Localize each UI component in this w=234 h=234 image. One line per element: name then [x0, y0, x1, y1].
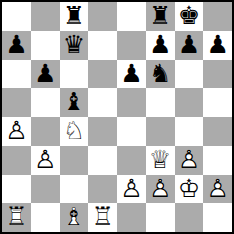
square-g8[interactable]: ♚: [175, 2, 204, 31]
square-f6[interactable]: ♞: [146, 60, 175, 89]
piece-white-pawn: ♟♙: [175, 146, 204, 175]
square-e3[interactable]: [117, 146, 146, 175]
square-f1[interactable]: [146, 203, 175, 232]
piece-black-king: ♚: [175, 2, 204, 31]
square-e2[interactable]: ♟♙: [117, 175, 146, 204]
square-g4[interactable]: [175, 117, 204, 146]
square-a8[interactable]: [2, 2, 31, 31]
square-h7[interactable]: ♟: [203, 31, 232, 60]
square-h2[interactable]: ♟♙: [203, 175, 232, 204]
square-c1[interactable]: ♝♗: [60, 203, 89, 232]
square-h5[interactable]: [203, 88, 232, 117]
square-b7[interactable]: [31, 31, 60, 60]
piece-black-queen: ♛: [60, 31, 89, 60]
piece-white-queen: ♛♕: [146, 146, 175, 175]
piece-black-pawn: ♟: [203, 31, 232, 60]
square-b5[interactable]: [31, 88, 60, 117]
square-e1[interactable]: [117, 203, 146, 232]
piece-black-pawn: ♟: [146, 31, 175, 60]
piece-white-king: ♚♔: [175, 175, 204, 204]
square-c2[interactable]: [60, 175, 89, 204]
square-e6[interactable]: ♟: [117, 60, 146, 89]
square-a3[interactable]: [2, 146, 31, 175]
piece-black-bishop: ♝: [60, 88, 89, 117]
square-h8[interactable]: [203, 2, 232, 31]
square-g6[interactable]: [175, 60, 204, 89]
square-h4[interactable]: [203, 117, 232, 146]
piece-black-knight: ♞: [146, 60, 175, 89]
square-d8[interactable]: [88, 2, 117, 31]
square-f3[interactable]: ♛♕: [146, 146, 175, 175]
square-e8[interactable]: [117, 2, 146, 31]
piece-white-pawn: ♟♙: [2, 117, 31, 146]
piece-white-pawn: ♟♙: [117, 175, 146, 204]
piece-white-pawn: ♟♙: [146, 175, 175, 204]
square-a5[interactable]: [2, 88, 31, 117]
square-c4[interactable]: ♞♘: [60, 117, 89, 146]
square-f7[interactable]: ♟: [146, 31, 175, 60]
square-b8[interactable]: [31, 2, 60, 31]
square-c3[interactable]: [60, 146, 89, 175]
square-a6[interactable]: [2, 60, 31, 89]
piece-black-pawn: ♟: [175, 31, 204, 60]
square-a7[interactable]: ♟: [2, 31, 31, 60]
piece-white-rook: ♜♖: [2, 203, 31, 232]
square-a2[interactable]: [2, 175, 31, 204]
square-d3[interactable]: [88, 146, 117, 175]
square-g7[interactable]: ♟: [175, 31, 204, 60]
square-f4[interactable]: [146, 117, 175, 146]
piece-white-pawn: ♟♙: [203, 175, 232, 204]
piece-white-rook: ♜♖: [88, 203, 117, 232]
square-e4[interactable]: [117, 117, 146, 146]
square-a1[interactable]: ♜♖: [2, 203, 31, 232]
square-a4[interactable]: ♟♙: [2, 117, 31, 146]
square-c7[interactable]: ♛: [60, 31, 89, 60]
piece-white-bishop: ♝♗: [60, 203, 89, 232]
square-d7[interactable]: [88, 31, 117, 60]
square-g1[interactable]: [175, 203, 204, 232]
square-e5[interactable]: [117, 88, 146, 117]
piece-black-pawn: ♟: [117, 60, 146, 89]
square-d2[interactable]: [88, 175, 117, 204]
piece-black-rook: ♜: [60, 2, 89, 31]
square-b4[interactable]: [31, 117, 60, 146]
square-e7[interactable]: [117, 31, 146, 60]
square-h1[interactable]: [203, 203, 232, 232]
square-f8[interactable]: ♜: [146, 2, 175, 31]
square-b1[interactable]: [31, 203, 60, 232]
piece-black-pawn: ♟: [2, 31, 31, 60]
square-c8[interactable]: ♜: [60, 2, 89, 31]
square-c5[interactable]: ♝: [60, 88, 89, 117]
square-h3[interactable]: [203, 146, 232, 175]
square-b2[interactable]: [31, 175, 60, 204]
square-d1[interactable]: ♜♖: [88, 203, 117, 232]
square-d4[interactable]: [88, 117, 117, 146]
piece-black-rook: ♜: [146, 2, 175, 31]
square-d5[interactable]: [88, 88, 117, 117]
square-g3[interactable]: ♟♙: [175, 146, 204, 175]
piece-black-pawn: ♟: [31, 60, 60, 89]
square-f2[interactable]: ♟♙: [146, 175, 175, 204]
square-h6[interactable]: [203, 60, 232, 89]
square-g2[interactable]: ♚♔: [175, 175, 204, 204]
square-b3[interactable]: ♟♙: [31, 146, 60, 175]
square-b6[interactable]: ♟: [31, 60, 60, 89]
square-d6[interactable]: [88, 60, 117, 89]
square-c6[interactable]: [60, 60, 89, 89]
piece-white-knight: ♞♘: [60, 117, 89, 146]
chess-board: ♜♜♚♟♛♟♟♟♟♟♞♝♟♙♞♘♟♙♛♕♟♙♟♙♟♙♚♔♟♙♜♖♝♗♜♖: [0, 0, 234, 234]
square-f5[interactable]: [146, 88, 175, 117]
square-g5[interactable]: [175, 88, 204, 117]
piece-white-pawn: ♟♙: [31, 146, 60, 175]
